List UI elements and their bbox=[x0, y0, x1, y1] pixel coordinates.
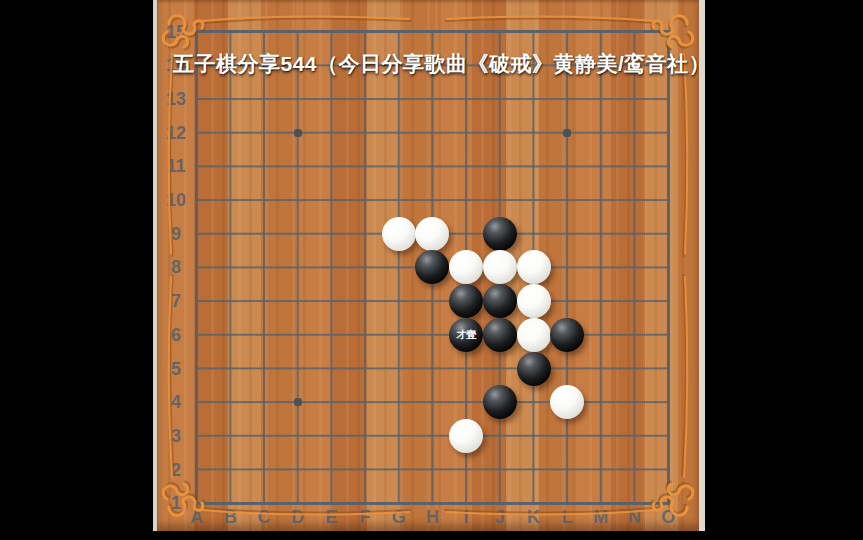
col-label-M: M bbox=[584, 506, 618, 528]
stone-white-G9 bbox=[382, 217, 416, 251]
stone-white-K8 bbox=[517, 250, 551, 284]
marked-stone-label: 才壹 bbox=[449, 318, 483, 352]
row-label-15: 15 bbox=[159, 21, 193, 43]
stone-white-K7 bbox=[517, 284, 551, 318]
stone-black-J7 bbox=[483, 284, 517, 318]
row-label-3: 3 bbox=[159, 425, 193, 447]
row-label-10: 10 bbox=[159, 189, 193, 211]
stone-black-I6: 才壹 bbox=[449, 318, 483, 352]
col-label-J: J bbox=[483, 506, 517, 528]
col-label-A: A bbox=[180, 506, 214, 528]
row-label-13: 13 bbox=[159, 88, 193, 110]
stone-black-K5 bbox=[517, 352, 551, 386]
stone-white-K6 bbox=[517, 318, 551, 352]
video-caption-title: 五子棋分享544（今日分享歌曲《破戒》黄静美/鸾音社） bbox=[173, 50, 710, 78]
gomoku-app-screen: 五子棋分享544（今日分享歌曲《破戒》黄静美/鸾音社） 151413121110… bbox=[0, 0, 863, 540]
row-label-4: 4 bbox=[159, 391, 193, 413]
stone-black-I7 bbox=[449, 284, 483, 318]
stone-black-J6 bbox=[483, 318, 517, 352]
col-label-B: B bbox=[213, 506, 247, 528]
col-label-I: I bbox=[449, 506, 483, 528]
row-label-2: 2 bbox=[159, 459, 193, 481]
col-label-F: F bbox=[348, 506, 382, 528]
row-label-9: 9 bbox=[159, 223, 193, 245]
col-label-D: D bbox=[281, 506, 315, 528]
row-label-7: 7 bbox=[159, 290, 193, 312]
col-label-E: E bbox=[314, 506, 348, 528]
gomoku-board: 五子棋分享544（今日分享歌曲《破戒》黄静美/鸾音社） 151413121110… bbox=[153, 0, 705, 531]
col-label-K: K bbox=[517, 506, 551, 528]
row-label-12: 12 bbox=[159, 122, 193, 144]
col-label-C: C bbox=[247, 506, 281, 528]
row-label-5: 5 bbox=[159, 358, 193, 380]
col-label-G: G bbox=[382, 506, 416, 528]
stone-white-H9 bbox=[415, 217, 449, 251]
row-label-11: 11 bbox=[159, 155, 193, 177]
col-label-H: H bbox=[415, 506, 449, 528]
star-point-D12 bbox=[294, 129, 302, 137]
stone-black-J9 bbox=[483, 217, 517, 251]
stone-black-J4 bbox=[483, 385, 517, 419]
row-label-6: 6 bbox=[159, 324, 193, 346]
col-label-N: N bbox=[618, 506, 652, 528]
col-label-L: L bbox=[550, 506, 584, 528]
stone-white-I3 bbox=[449, 419, 483, 453]
row-label-8: 8 bbox=[159, 256, 193, 278]
star-point-D4 bbox=[294, 398, 302, 406]
stone-black-L6 bbox=[550, 318, 584, 352]
star-point-L12 bbox=[563, 129, 571, 137]
col-label-O: O bbox=[651, 506, 685, 528]
